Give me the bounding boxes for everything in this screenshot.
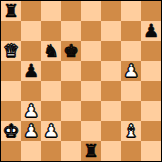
square-e4[interactable] [81, 81, 101, 101]
square-b5[interactable]: ♟ [21, 61, 41, 81]
square-g5[interactable]: ♟ [121, 61, 141, 81]
square-f3[interactable] [101, 101, 121, 121]
square-f2[interactable] [101, 121, 121, 141]
square-a5[interactable] [1, 61, 21, 81]
square-e6[interactable] [81, 41, 101, 61]
square-a7[interactable] [1, 21, 21, 41]
square-h1[interactable] [141, 141, 161, 161]
black-pawn-piece[interactable]: ♟ [143, 21, 159, 41]
black-rook-piece[interactable]: ♜ [3, 1, 19, 21]
chess-board: ♜♟♛♞♚♟♟♟♚♟♟♝♜ [1, 1, 161, 161]
square-f8[interactable] [101, 1, 121, 21]
square-d5[interactable] [61, 61, 81, 81]
white-king-piece[interactable]: ♚ [3, 121, 19, 141]
square-c5[interactable] [41, 61, 61, 81]
square-b1[interactable] [21, 141, 41, 161]
square-g1[interactable] [121, 141, 141, 161]
square-c2[interactable]: ♟ [41, 121, 61, 141]
square-a8[interactable]: ♜ [1, 1, 21, 21]
square-g4[interactable] [121, 81, 141, 101]
square-h6[interactable] [141, 41, 161, 61]
square-e8[interactable] [81, 1, 101, 21]
white-pawn-piece[interactable]: ♟ [43, 121, 59, 141]
square-a4[interactable] [1, 81, 21, 101]
square-b4[interactable] [21, 81, 41, 101]
square-h8[interactable] [141, 1, 161, 21]
square-c1[interactable] [41, 141, 61, 161]
square-d1[interactable] [61, 141, 81, 161]
square-h5[interactable] [141, 61, 161, 81]
square-e5[interactable] [81, 61, 101, 81]
square-g7[interactable] [121, 21, 141, 41]
white-pawn-piece[interactable]: ♟ [23, 121, 39, 141]
square-g2[interactable]: ♝ [121, 121, 141, 141]
square-c4[interactable] [41, 81, 61, 101]
board-frame: ♜♟♛♞♚♟♟♟♚♟♟♝♜ [0, 0, 162, 162]
square-d4[interactable] [61, 81, 81, 101]
square-f5[interactable] [101, 61, 121, 81]
square-d6[interactable]: ♚ [61, 41, 81, 61]
white-pawn-piece[interactable]: ♟ [123, 61, 139, 81]
square-g6[interactable] [121, 41, 141, 61]
square-a6[interactable]: ♛ [1, 41, 21, 61]
square-h4[interactable] [141, 81, 161, 101]
square-f1[interactable] [101, 141, 121, 161]
square-h2[interactable] [141, 121, 161, 141]
square-g3[interactable] [121, 101, 141, 121]
black-knight-piece[interactable]: ♞ [43, 41, 59, 61]
square-c7[interactable] [41, 21, 61, 41]
square-b8[interactable] [21, 1, 41, 21]
square-e7[interactable] [81, 21, 101, 41]
white-queen-piece[interactable]: ♛ [3, 41, 19, 61]
square-a1[interactable] [1, 141, 21, 161]
square-b6[interactable] [21, 41, 41, 61]
black-king-piece[interactable]: ♚ [63, 41, 79, 61]
square-h3[interactable] [141, 101, 161, 121]
square-b2[interactable]: ♟ [21, 121, 41, 141]
square-h7[interactable]: ♟ [141, 21, 161, 41]
square-f4[interactable] [101, 81, 121, 101]
square-b3[interactable]: ♟ [21, 101, 41, 121]
square-e1[interactable]: ♜ [81, 141, 101, 161]
square-e3[interactable] [81, 101, 101, 121]
white-pawn-piece[interactable]: ♟ [23, 101, 39, 121]
square-a3[interactable] [1, 101, 21, 121]
square-f7[interactable] [101, 21, 121, 41]
square-f6[interactable] [101, 41, 121, 61]
square-c6[interactable]: ♞ [41, 41, 61, 61]
black-rook-piece[interactable]: ♜ [83, 141, 99, 161]
square-d7[interactable] [61, 21, 81, 41]
square-g8[interactable] [121, 1, 141, 21]
white-bishop-piece[interactable]: ♝ [123, 121, 139, 141]
square-e2[interactable] [81, 121, 101, 141]
black-pawn-piece[interactable]: ♟ [23, 61, 39, 81]
square-c3[interactable] [41, 101, 61, 121]
square-c8[interactable] [41, 1, 61, 21]
square-d3[interactable] [61, 101, 81, 121]
square-a2[interactable]: ♚ [1, 121, 21, 141]
square-b7[interactable] [21, 21, 41, 41]
square-d8[interactable] [61, 1, 81, 21]
square-d2[interactable] [61, 121, 81, 141]
